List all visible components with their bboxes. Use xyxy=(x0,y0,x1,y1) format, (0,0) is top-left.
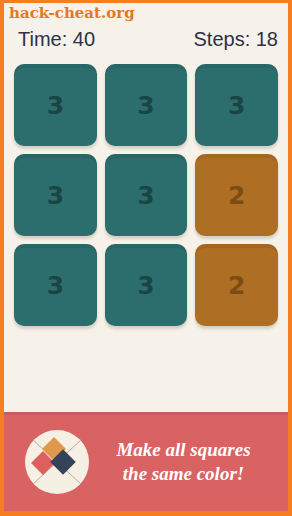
tile-r1c1[interactable]: 3 xyxy=(14,64,97,146)
goal-message-line2: the same color! xyxy=(89,462,278,486)
tile-r1c2[interactable]: 3 xyxy=(105,64,188,146)
goal-banner: Make all squares the same color! xyxy=(4,412,288,511)
tile-r2c1[interactable]: 3 xyxy=(14,154,97,236)
tile-r3c1[interactable]: 3 xyxy=(14,244,97,326)
time-display: Time: 40 xyxy=(18,28,95,51)
hud-bar: Time: 40 Steps: 18 xyxy=(18,28,278,51)
steps-display: Steps: 18 xyxy=(193,28,278,51)
tile-r3c3[interactable]: 2 xyxy=(195,244,278,326)
watermark-text: hack-cheat.org xyxy=(9,4,135,23)
three-diamonds-icon xyxy=(25,430,89,494)
game-screen: hack-cheat.org Time: 40 Steps: 18 333332… xyxy=(0,0,292,516)
goal-message-line1: Make all squares xyxy=(89,438,278,462)
goal-message: Make all squares the same color! xyxy=(89,438,288,486)
game-logo xyxy=(25,430,89,494)
tile-r1c3[interactable]: 3 xyxy=(195,64,278,146)
puzzle-grid: 333332332 xyxy=(14,64,278,326)
tile-r2c3[interactable]: 2 xyxy=(195,154,278,236)
tile-r3c2[interactable]: 3 xyxy=(105,244,188,326)
tile-r2c2[interactable]: 3 xyxy=(105,154,188,236)
